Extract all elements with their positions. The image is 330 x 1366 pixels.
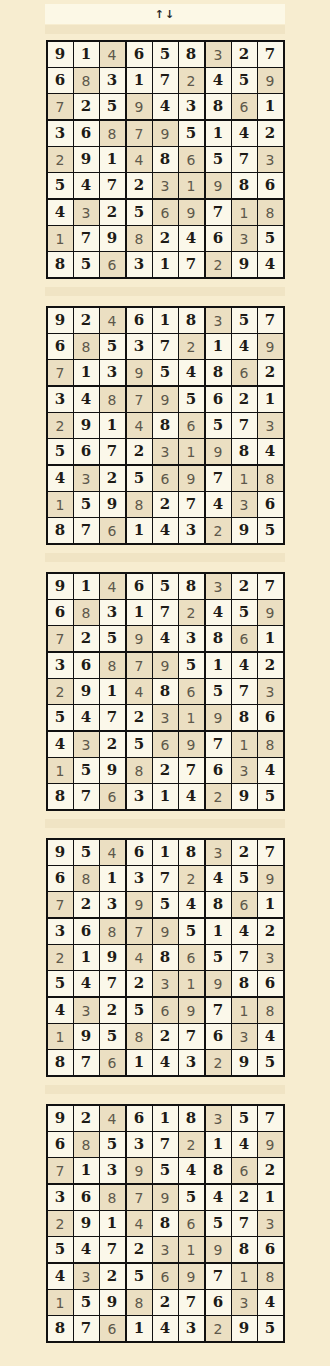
cell-r3c1[interactable]: 7 [48,892,74,919]
cell-r2c9[interactable]: 9 [258,866,283,892]
cell-r2c2[interactable]: 8 [74,68,100,94]
cell-r1c7[interactable]: 3 [206,574,232,600]
cell-r8c7[interactable]: 4 [206,492,232,518]
cell-r8c5[interactable]: 2 [153,1024,179,1050]
cell-r5c7[interactable]: 5 [206,147,232,173]
cell-r4c4[interactable]: 7 [127,387,153,413]
cell-r3c8[interactable]: 6 [232,94,258,121]
cell-r2c7[interactable]: 4 [206,866,232,892]
cell-r7c7[interactable]: 7 [206,466,232,492]
cell-r3c1[interactable]: 7 [48,360,74,387]
cell-r3c8[interactable]: 6 [232,626,258,653]
cell-r1c9[interactable]: 7 [258,42,283,68]
cell-r4c6[interactable]: 5 [179,653,206,679]
cell-r5c5[interactable]: 8 [153,413,179,439]
cell-r6c8[interactable]: 8 [232,173,258,200]
cell-r9c4[interactable]: 1 [127,1050,153,1075]
cell-r3c7[interactable]: 8 [206,360,232,387]
cell-r4c7[interactable]: 6 [206,387,232,413]
cell-r7c3[interactable]: 2 [100,998,127,1024]
cell-r3c7[interactable]: 8 [206,1158,232,1185]
cell-r1c6[interactable]: 8 [179,574,206,600]
cell-r4c9[interactable]: 1 [258,387,283,413]
cell-r9c5[interactable]: 1 [153,252,179,277]
cell-r6c1[interactable]: 5 [48,705,74,732]
cell-r4c6[interactable]: 5 [179,121,206,147]
cell-r7c1[interactable]: 4 [48,732,74,758]
cell-r7c2[interactable]: 3 [74,1264,100,1290]
cell-r8c3[interactable]: 9 [100,492,127,518]
cell-r7c6[interactable]: 9 [179,998,206,1024]
cell-r3c3[interactable]: 3 [100,360,127,387]
cell-r5c8[interactable]: 7 [232,147,258,173]
cell-r9c6[interactable]: 3 [179,1316,206,1341]
cell-r4c5[interactable]: 9 [153,919,179,945]
cell-r9c4[interactable]: 1 [127,518,153,543]
cell-r4c2[interactable]: 6 [74,653,100,679]
cell-r9c4[interactable]: 1 [127,1316,153,1341]
cell-r5c1[interactable]: 2 [48,413,74,439]
cell-r1c1[interactable]: 9 [48,42,74,68]
cell-r3c5[interactable]: 5 [153,892,179,919]
cell-r6c7[interactable]: 9 [206,173,232,200]
cell-r9c7[interactable]: 2 [206,784,232,809]
cell-r3c2[interactable]: 1 [74,360,100,387]
cell-r7c6[interactable]: 9 [179,466,206,492]
cell-r6c8[interactable]: 8 [232,705,258,732]
cell-r2c2[interactable]: 8 [74,1132,100,1158]
cell-r4c3[interactable]: 8 [100,121,127,147]
cell-r4c7[interactable]: 1 [206,653,232,679]
cell-r6c4[interactable]: 2 [127,439,153,466]
cell-r4c1[interactable]: 3 [48,1185,74,1211]
cell-r1c2[interactable]: 5 [74,840,100,866]
cell-r6c6[interactable]: 1 [179,971,206,998]
cell-r5c1[interactable]: 2 [48,679,74,705]
cell-r2c8[interactable]: 5 [232,866,258,892]
cell-r1c7[interactable]: 3 [206,308,232,334]
cell-r6c5[interactable]: 3 [153,705,179,732]
cell-r8c3[interactable]: 9 [100,758,127,784]
cell-r4c7[interactable]: 4 [206,1185,232,1211]
cell-r4c4[interactable]: 7 [127,919,153,945]
cell-r9c2[interactable]: 5 [74,252,100,277]
cell-r9c2[interactable]: 7 [74,1050,100,1075]
cell-r5c6[interactable]: 6 [179,945,206,971]
cell-r9c2[interactable]: 7 [74,518,100,543]
cell-r7c8[interactable]: 1 [232,998,258,1024]
cell-r1c7[interactable]: 3 [206,840,232,866]
cell-r3c9[interactable]: 2 [258,1158,283,1185]
cell-r3c6[interactable]: 4 [179,1158,206,1185]
cell-r8c2[interactable]: 5 [74,758,100,784]
cell-r7c2[interactable]: 3 [74,732,100,758]
cell-r7c1[interactable]: 4 [48,200,74,226]
cell-r6c5[interactable]: 3 [153,1237,179,1264]
cell-r7c1[interactable]: 4 [48,466,74,492]
cell-r5c7[interactable]: 5 [206,679,232,705]
cell-r8c6[interactable]: 7 [179,492,206,518]
cell-r1c6[interactable]: 8 [179,308,206,334]
cell-r6c6[interactable]: 1 [179,1237,206,1264]
cell-r5c9[interactable]: 3 [258,1211,283,1237]
cell-r1c8[interactable]: 2 [232,574,258,600]
cell-r7c1[interactable]: 4 [48,1264,74,1290]
cell-r8c3[interactable]: 5 [100,1024,127,1050]
cell-r7c9[interactable]: 8 [258,1264,283,1290]
cell-r2c7[interactable]: 4 [206,68,232,94]
cell-r3c8[interactable]: 6 [232,360,258,387]
cell-r3c6[interactable]: 4 [179,892,206,919]
cell-r2c9[interactable]: 9 [258,1132,283,1158]
cell-r2c1[interactable]: 6 [48,68,74,94]
cell-r5c6[interactable]: 6 [179,1211,206,1237]
cell-r1c3[interactable]: 4 [100,840,127,866]
cell-r3c3[interactable]: 5 [100,626,127,653]
cell-r2c4[interactable]: 3 [127,866,153,892]
cell-r9c8[interactable]: 9 [232,784,258,809]
cell-r2c1[interactable]: 6 [48,600,74,626]
cell-r5c4[interactable]: 4 [127,1211,153,1237]
cell-r7c3[interactable]: 2 [100,732,127,758]
cell-r3c2[interactable]: 2 [74,94,100,121]
cell-r3c7[interactable]: 8 [206,892,232,919]
cell-r7c3[interactable]: 2 [100,466,127,492]
cell-r4c5[interactable]: 9 [153,387,179,413]
cell-r3c8[interactable]: 6 [232,1158,258,1185]
cell-r4c3[interactable]: 8 [100,387,127,413]
cell-r1c5[interactable]: 1 [153,840,179,866]
cell-r4c6[interactable]: 5 [179,387,206,413]
cell-r9c6[interactable]: 7 [179,252,206,277]
cell-r2c3[interactable]: 3 [100,600,127,626]
cell-r3c9[interactable]: 1 [258,94,283,121]
cell-r4c5[interactable]: 9 [153,1185,179,1211]
cell-r9c7[interactable]: 2 [206,518,232,543]
cell-r6c5[interactable]: 3 [153,971,179,998]
cell-r5c5[interactable]: 8 [153,679,179,705]
cell-r4c3[interactable]: 8 [100,919,127,945]
cell-r5c3[interactable]: 1 [100,413,127,439]
cell-r4c9[interactable]: 2 [258,653,283,679]
cell-r6c6[interactable]: 1 [179,705,206,732]
sort-arrows-icon[interactable]: ↑↓ [155,8,175,21]
cell-r5c8[interactable]: 7 [232,1211,258,1237]
cell-r2c9[interactable]: 9 [258,68,283,94]
cell-r7c8[interactable]: 1 [232,466,258,492]
cell-r1c5[interactable]: 1 [153,1106,179,1132]
cell-r5c8[interactable]: 7 [232,679,258,705]
cell-r2c3[interactable]: 1 [100,866,127,892]
cell-r9c9[interactable]: 5 [258,1050,283,1075]
cell-r9c1[interactable]: 8 [48,518,74,543]
cell-r3c6[interactable]: 3 [179,626,206,653]
cell-r3c5[interactable]: 5 [153,1158,179,1185]
cell-r6c3[interactable]: 7 [100,705,127,732]
cell-r6c6[interactable]: 1 [179,439,206,466]
cell-r9c1[interactable]: 8 [48,784,74,809]
cell-r6c8[interactable]: 8 [232,1237,258,1264]
cell-r5c6[interactable]: 6 [179,413,206,439]
cell-r1c2[interactable]: 1 [74,574,100,600]
cell-r4c9[interactable]: 1 [258,1185,283,1211]
cell-r7c8[interactable]: 1 [232,1264,258,1290]
cell-r9c7[interactable]: 2 [206,1050,232,1075]
cell-r8c3[interactable]: 9 [100,226,127,252]
cell-r9c4[interactable]: 3 [127,252,153,277]
cell-r8c9[interactable]: 6 [258,492,283,518]
cell-r7c2[interactable]: 3 [74,998,100,1024]
cell-r8c4[interactable]: 8 [127,226,153,252]
cell-r8c5[interactable]: 2 [153,492,179,518]
cell-r8c2[interactable]: 7 [74,226,100,252]
cell-r2c4[interactable]: 1 [127,68,153,94]
cell-r3c7[interactable]: 8 [206,94,232,121]
cell-r1c6[interactable]: 8 [179,840,206,866]
cell-r2c8[interactable]: 4 [232,1132,258,1158]
cell-r2c1[interactable]: 6 [48,1132,74,1158]
cell-r5c2[interactable]: 9 [74,1211,100,1237]
cell-r3c1[interactable]: 7 [48,94,74,121]
cell-r1c1[interactable]: 9 [48,308,74,334]
cell-r3c4[interactable]: 9 [127,626,153,653]
cell-r6c9[interactable]: 6 [258,971,283,998]
cell-r2c8[interactable]: 4 [232,334,258,360]
cell-r1c2[interactable]: 2 [74,1106,100,1132]
cell-r7c5[interactable]: 6 [153,732,179,758]
cell-r7c7[interactable]: 7 [206,200,232,226]
cell-r2c2[interactable]: 8 [74,334,100,360]
cell-r4c2[interactable]: 4 [74,387,100,413]
cell-r3c4[interactable]: 9 [127,94,153,121]
cell-r6c9[interactable]: 4 [258,439,283,466]
cell-r3c5[interactable]: 4 [153,94,179,121]
cell-r2c9[interactable]: 9 [258,600,283,626]
cell-r1c2[interactable]: 2 [74,308,100,334]
cell-r1c8[interactable]: 5 [232,308,258,334]
cell-r6c3[interactable]: 7 [100,1237,127,1264]
cell-r3c4[interactable]: 9 [127,892,153,919]
cell-r5c4[interactable]: 4 [127,679,153,705]
cell-r3c1[interactable]: 7 [48,626,74,653]
cell-r5c3[interactable]: 1 [100,147,127,173]
cell-r4c8[interactable]: 4 [232,919,258,945]
cell-r2c5[interactable]: 7 [153,1132,179,1158]
cell-r5c2[interactable]: 9 [74,679,100,705]
cell-r7c6[interactable]: 9 [179,732,206,758]
cell-r6c4[interactable]: 2 [127,1237,153,1264]
cell-r3c4[interactable]: 9 [127,360,153,387]
cell-r3c6[interactable]: 3 [179,94,206,121]
cell-r8c1[interactable]: 1 [48,492,74,518]
cell-r9c8[interactable]: 9 [232,1050,258,1075]
cell-r4c9[interactable]: 2 [258,919,283,945]
cell-r1c5[interactable]: 5 [153,574,179,600]
cell-r9c9[interactable]: 5 [258,1316,283,1341]
cell-r7c7[interactable]: 7 [206,1264,232,1290]
cell-r1c6[interactable]: 8 [179,42,206,68]
cell-r3c3[interactable]: 3 [100,1158,127,1185]
cell-r5c5[interactable]: 8 [153,1211,179,1237]
cell-r9c3[interactable]: 6 [100,1316,127,1341]
cell-r7c8[interactable]: 1 [232,732,258,758]
cell-r9c7[interactable]: 2 [206,252,232,277]
cell-r5c4[interactable]: 4 [127,945,153,971]
cell-r9c9[interactable]: 5 [258,518,283,543]
cell-r6c3[interactable]: 7 [100,439,127,466]
cell-r6c8[interactable]: 8 [232,439,258,466]
cell-r7c3[interactable]: 2 [100,1264,127,1290]
cell-r7c4[interactable]: 5 [127,200,153,226]
cell-r2c2[interactable]: 8 [74,600,100,626]
cell-r6c9[interactable]: 6 [258,173,283,200]
cell-r2c4[interactable]: 1 [127,600,153,626]
cell-r8c4[interactable]: 8 [127,492,153,518]
cell-r2c1[interactable]: 6 [48,334,74,360]
cell-r9c9[interactable]: 4 [258,252,283,277]
cell-r3c3[interactable]: 5 [100,94,127,121]
cell-r9c3[interactable]: 6 [100,784,127,809]
cell-r8c4[interactable]: 8 [127,758,153,784]
cell-r8c7[interactable]: 6 [206,226,232,252]
cell-r6c7[interactable]: 9 [206,705,232,732]
cell-r6c2[interactable]: 4 [74,971,100,998]
cell-r7c4[interactable]: 5 [127,732,153,758]
cell-r4c1[interactable]: 3 [48,387,74,413]
cell-r7c5[interactable]: 6 [153,1264,179,1290]
cell-r8c7[interactable]: 6 [206,1024,232,1050]
cell-r1c6[interactable]: 8 [179,1106,206,1132]
cell-r3c2[interactable]: 2 [74,892,100,919]
cell-r4c3[interactable]: 8 [100,653,127,679]
cell-r8c5[interactable]: 2 [153,226,179,252]
cell-r7c1[interactable]: 4 [48,998,74,1024]
cell-r3c6[interactable]: 4 [179,360,206,387]
cell-r7c6[interactable]: 9 [179,1264,206,1290]
cell-r1c3[interactable]: 4 [100,574,127,600]
cell-r3c5[interactable]: 4 [153,626,179,653]
cell-r2c3[interactable]: 3 [100,68,127,94]
cell-r8c5[interactable]: 2 [153,758,179,784]
cell-r8c1[interactable]: 1 [48,1024,74,1050]
cell-r2c1[interactable]: 6 [48,866,74,892]
cell-r6c2[interactable]: 6 [74,439,100,466]
cell-r2c6[interactable]: 2 [179,68,206,94]
cell-r1c4[interactable]: 6 [127,840,153,866]
cell-r6c3[interactable]: 7 [100,173,127,200]
cell-r6c4[interactable]: 2 [127,971,153,998]
cell-r7c3[interactable]: 2 [100,200,127,226]
cell-r4c7[interactable]: 1 [206,121,232,147]
cell-r2c2[interactable]: 8 [74,866,100,892]
cell-r1c5[interactable]: 1 [153,308,179,334]
cell-r8c9[interactable]: 4 [258,758,283,784]
cell-r1c4[interactable]: 6 [127,1106,153,1132]
cell-r1c9[interactable]: 7 [258,308,283,334]
cell-r8c9[interactable]: 4 [258,1290,283,1316]
cell-r1c3[interactable]: 4 [100,1106,127,1132]
cell-r8c6[interactable]: 4 [179,226,206,252]
cell-r2c4[interactable]: 3 [127,334,153,360]
cell-r1c4[interactable]: 6 [127,574,153,600]
cell-r5c3[interactable]: 1 [100,679,127,705]
cell-r8c6[interactable]: 7 [179,1024,206,1050]
cell-r1c8[interactable]: 2 [232,42,258,68]
cell-r4c7[interactable]: 1 [206,919,232,945]
cell-r7c7[interactable]: 7 [206,732,232,758]
cell-r2c3[interactable]: 5 [100,334,127,360]
cell-r8c9[interactable]: 5 [258,226,283,252]
cell-r2c3[interactable]: 5 [100,1132,127,1158]
cell-r6c9[interactable]: 6 [258,1237,283,1264]
cell-r4c1[interactable]: 3 [48,919,74,945]
cell-r4c8[interactable]: 4 [232,653,258,679]
cell-r6c1[interactable]: 5 [48,439,74,466]
cell-r6c7[interactable]: 9 [206,971,232,998]
cell-r5c6[interactable]: 6 [179,147,206,173]
cell-r4c8[interactable]: 2 [232,1185,258,1211]
cell-r7c9[interactable]: 8 [258,732,283,758]
cell-r4c2[interactable]: 6 [74,1185,100,1211]
cell-r4c4[interactable]: 7 [127,1185,153,1211]
cell-r1c9[interactable]: 7 [258,574,283,600]
cell-r8c9[interactable]: 4 [258,1024,283,1050]
cell-r3c9[interactable]: 2 [258,360,283,387]
cell-r8c8[interactable]: 3 [232,1290,258,1316]
cell-r7c4[interactable]: 5 [127,466,153,492]
cell-r9c6[interactable]: 4 [179,784,206,809]
cell-r1c9[interactable]: 7 [258,1106,283,1132]
cell-r9c6[interactable]: 3 [179,518,206,543]
cell-r1c5[interactable]: 5 [153,42,179,68]
cell-r6c4[interactable]: 2 [127,705,153,732]
cell-r1c1[interactable]: 9 [48,1106,74,1132]
cell-r6c8[interactable]: 8 [232,971,258,998]
cell-r2c7[interactable]: 4 [206,600,232,626]
cell-r6c2[interactable]: 4 [74,173,100,200]
cell-r4c2[interactable]: 6 [74,919,100,945]
cell-r9c1[interactable]: 8 [48,252,74,277]
cell-r3c9[interactable]: 1 [258,892,283,919]
cell-r8c2[interactable]: 5 [74,492,100,518]
cell-r4c5[interactable]: 9 [153,653,179,679]
cell-r8c7[interactable]: 6 [206,1290,232,1316]
cell-r5c8[interactable]: 7 [232,413,258,439]
cell-r8c6[interactable]: 7 [179,758,206,784]
cell-r8c8[interactable]: 3 [232,492,258,518]
cell-r4c8[interactable]: 2 [232,387,258,413]
cell-r2c6[interactable]: 2 [179,866,206,892]
cell-r8c4[interactable]: 8 [127,1024,153,1050]
cell-r7c9[interactable]: 8 [258,200,283,226]
cell-r4c4[interactable]: 7 [127,121,153,147]
cell-r9c1[interactable]: 8 [48,1050,74,1075]
cell-r4c1[interactable]: 3 [48,653,74,679]
cell-r4c3[interactable]: 8 [100,1185,127,1211]
cell-r9c5[interactable]: 4 [153,1050,179,1075]
cell-r9c9[interactable]: 5 [258,784,283,809]
cell-r1c8[interactable]: 2 [232,840,258,866]
cell-r4c6[interactable]: 5 [179,1185,206,1211]
cell-r1c4[interactable]: 6 [127,308,153,334]
cell-r6c3[interactable]: 7 [100,971,127,998]
cell-r2c5[interactable]: 7 [153,68,179,94]
cell-r6c5[interactable]: 3 [153,439,179,466]
cell-r7c2[interactable]: 3 [74,200,100,226]
cell-r2c9[interactable]: 9 [258,334,283,360]
cell-r1c1[interactable]: 9 [48,840,74,866]
cell-r6c1[interactable]: 5 [48,1237,74,1264]
